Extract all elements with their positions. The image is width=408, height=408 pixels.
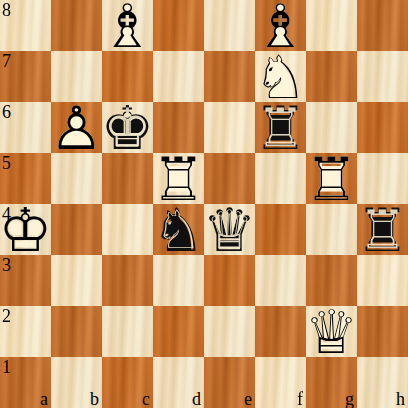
square-e3[interactable] [204,255,255,306]
square-c4[interactable] [102,204,153,255]
white-rook-g5: ♜♖ [306,153,357,204]
square-b5[interactable] [51,153,102,204]
square-h4[interactable]: ♜♖ [357,204,408,255]
square-e5[interactable] [204,153,255,204]
square-f1[interactable]: f [255,357,306,408]
file-label-g: g [345,390,354,408]
white-piece-fill-layer: ♝ [102,0,153,51]
square-h7[interactable] [357,51,408,102]
white-bishop-c8: ♝♗ [102,0,153,51]
black-piece-detail-layer: ♕ [207,207,252,252]
rank-label-6: 6 [2,103,11,121]
white-queen-g2: ♛♕ [306,306,357,357]
white-piece-fill-layer: ♜ [306,153,357,204]
square-c2[interactable] [102,306,153,357]
square-a1[interactable]: 1a [0,357,51,408]
white-piece-fill-layer: ♟ [51,102,102,153]
black-rook-h4: ♜♖ [357,204,408,255]
square-h8[interactable] [357,0,408,51]
black-piece-detail-layer: ♔ [105,105,150,150]
square-a3[interactable]: 3 [0,255,51,306]
rank-label-3: 3 [2,256,11,274]
black-piece-detail-layer: ♖ [258,105,303,150]
square-c1[interactable]: c [102,357,153,408]
black-piece-fill-layer: ♛ [204,204,255,255]
chess-board: 8♝♗♝♗7♞♘6♟♙♚♔♜♖5♜♖♜♖♚♔4♞♘♛♕♜♖32♛♕1abcdef… [0,0,408,408]
file-label-e: e [244,390,252,408]
square-e1[interactable]: e [204,357,255,408]
black-piece-fill-layer: ♜ [357,204,408,255]
rank-label-7: 7 [2,52,11,70]
white-piece-outline-layer: ♗ [102,0,153,51]
square-a5[interactable]: 5 [0,153,51,204]
rank-label-1: 1 [2,358,11,376]
square-b6[interactable]: ♟♙ [51,102,102,153]
black-king-c6: ♚♔ [102,102,153,153]
black-piece-fill-layer: ♞ [153,204,204,255]
square-b3[interactable] [51,255,102,306]
square-b1[interactable]: b [51,357,102,408]
file-label-b: b [90,390,99,408]
white-piece-outline-layer: ♘ [255,51,306,102]
white-piece-outline-layer: ♖ [306,153,357,204]
black-piece-detail-layer: ♘ [156,207,201,252]
rank-label-2: 2 [2,307,11,325]
square-d3[interactable] [153,255,204,306]
square-g5[interactable]: ♜♖ [306,153,357,204]
square-c8[interactable]: ♝♗ [102,0,153,51]
square-c3[interactable] [102,255,153,306]
square-d4[interactable]: ♞♘ [153,204,204,255]
square-a8[interactable]: 8 [0,0,51,51]
square-e2[interactable] [204,306,255,357]
square-e6[interactable] [204,102,255,153]
square-b7[interactable] [51,51,102,102]
file-label-d: d [192,390,201,408]
square-g3[interactable] [306,255,357,306]
square-c7[interactable] [102,51,153,102]
white-piece-fill-layer: ♜ [153,153,204,204]
white-piece-outline-layer: ♗ [255,0,306,51]
square-e7[interactable] [204,51,255,102]
square-d8[interactable] [153,0,204,51]
black-piece-fill-layer: ♚ [102,102,153,153]
black-rook-f6: ♜♖ [255,102,306,153]
white-piece-fill-layer: ♝ [255,0,306,51]
square-b8[interactable] [51,0,102,51]
file-label-c: c [142,390,150,408]
file-label-f: f [297,390,303,408]
square-a2[interactable]: 2 [0,306,51,357]
square-f5[interactable] [255,153,306,204]
square-f3[interactable] [255,255,306,306]
square-g2[interactable]: ♛♕ [306,306,357,357]
square-d5[interactable]: ♜♖ [153,153,204,204]
square-f7[interactable]: ♞♘ [255,51,306,102]
square-a4[interactable]: ♚♔4 [0,204,51,255]
square-e8[interactable] [204,0,255,51]
square-d1[interactable]: d [153,357,204,408]
square-a6[interactable]: 6 [0,102,51,153]
square-f8[interactable]: ♝♗ [255,0,306,51]
white-knight-f7: ♞♘ [255,51,306,102]
square-d2[interactable] [153,306,204,357]
white-piece-outline-layer: ♖ [153,153,204,204]
square-d6[interactable] [153,102,204,153]
white-piece-fill-layer: ♞ [255,51,306,102]
square-c5[interactable] [102,153,153,204]
square-b2[interactable] [51,306,102,357]
square-g4[interactable] [306,204,357,255]
black-knight-d4: ♞♘ [153,204,204,255]
square-h5[interactable] [357,153,408,204]
file-label-a: a [40,390,48,408]
black-piece-detail-layer: ♖ [360,207,405,252]
square-h1[interactable]: h [357,357,408,408]
rank-label-4: 4 [2,205,11,223]
white-piece-outline-layer: ♕ [306,306,357,357]
square-g6[interactable] [306,102,357,153]
rank-label-8: 8 [2,1,11,19]
square-h2[interactable] [357,306,408,357]
white-pawn-b6: ♟♙ [51,102,102,153]
square-f4[interactable] [255,204,306,255]
white-bishop-f8: ♝♗ [255,0,306,51]
square-a7[interactable]: 7 [0,51,51,102]
square-f2[interactable] [255,306,306,357]
rank-label-5: 5 [2,154,11,172]
square-b4[interactable] [51,204,102,255]
white-rook-d5: ♜♖ [153,153,204,204]
square-g7[interactable] [306,51,357,102]
square-g8[interactable] [306,0,357,51]
white-piece-outline-layer: ♙ [51,102,102,153]
square-g1[interactable]: g [306,357,357,408]
square-d7[interactable] [153,51,204,102]
square-c6[interactable]: ♚♔ [102,102,153,153]
white-piece-fill-layer: ♛ [306,306,357,357]
black-queen-e4: ♛♕ [204,204,255,255]
square-h6[interactable] [357,102,408,153]
square-e4[interactable]: ♛♕ [204,204,255,255]
file-label-h: h [396,390,405,408]
square-h3[interactable] [357,255,408,306]
square-f6[interactable]: ♜♖ [255,102,306,153]
black-piece-fill-layer: ♜ [255,102,306,153]
